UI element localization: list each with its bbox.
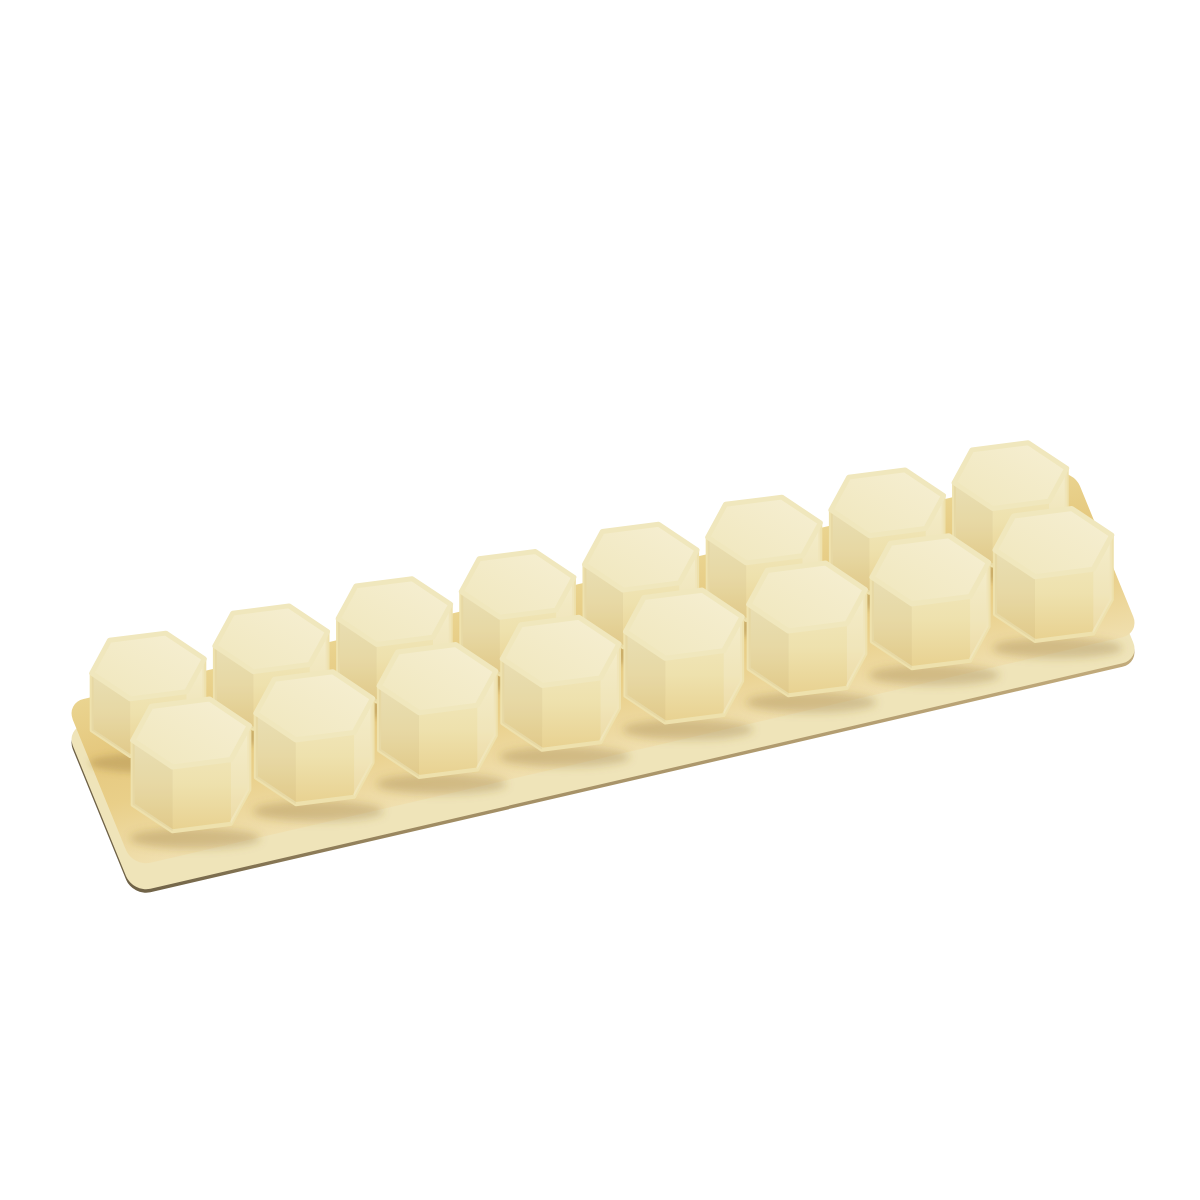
piece-base-shadow [992,638,1123,658]
product-photo: Angled product photo of a cream plastic … [0,0,1200,1200]
piece-base-shadow [376,774,507,794]
piece-tray-scene [0,0,1200,1200]
piece-base-shadow [499,747,630,767]
piece-base-shadow [130,828,261,848]
piece-base-shadow [746,692,877,712]
piece-base-shadow [253,801,384,821]
piece-base-shadow [869,665,1000,685]
piece-base-shadow [623,719,754,739]
